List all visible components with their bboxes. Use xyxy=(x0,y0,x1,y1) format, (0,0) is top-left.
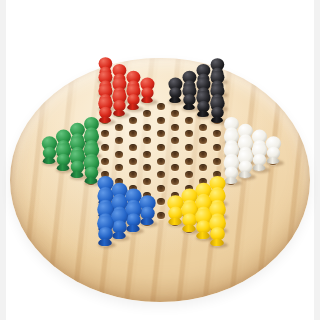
peg-base xyxy=(211,117,223,123)
board-hole[interactable] xyxy=(115,164,123,171)
board-hole[interactable] xyxy=(101,158,109,165)
board-hole[interactable] xyxy=(129,158,137,165)
board-hole[interactable] xyxy=(115,151,123,158)
peg-base xyxy=(113,110,125,116)
board-hole[interactable] xyxy=(185,158,193,165)
peg-red[interactable] xyxy=(111,90,126,116)
peg-base xyxy=(169,97,180,103)
peg-base xyxy=(140,218,153,225)
peg-base xyxy=(225,178,238,185)
peg-base xyxy=(43,157,55,164)
peg-base xyxy=(71,171,84,178)
peg-base xyxy=(85,177,98,184)
board-hole[interactable] xyxy=(157,117,165,124)
board-hole[interactable] xyxy=(129,144,137,151)
board-hole[interactable] xyxy=(157,185,165,192)
peg-white[interactable] xyxy=(251,143,267,171)
board-hole[interactable] xyxy=(185,117,193,124)
peg-base xyxy=(141,97,152,103)
peg-base xyxy=(127,103,139,109)
board-hole[interactable] xyxy=(143,110,151,117)
board-hole[interactable] xyxy=(143,178,151,185)
peg-yellow[interactable] xyxy=(208,215,226,245)
peg-base xyxy=(126,225,139,232)
board-hole[interactable] xyxy=(213,130,221,137)
peg-base xyxy=(183,103,195,109)
board-hole[interactable] xyxy=(143,137,151,144)
board-hole[interactable] xyxy=(213,158,221,165)
board-hole[interactable] xyxy=(157,212,165,219)
board-hole[interactable] xyxy=(129,130,137,137)
peg-blue[interactable] xyxy=(96,215,114,245)
board-hole[interactable] xyxy=(185,171,193,178)
board-hole[interactable] xyxy=(171,151,179,158)
peg-base xyxy=(197,110,209,116)
board-hole[interactable] xyxy=(171,124,179,131)
peg-black[interactable] xyxy=(168,77,183,103)
board-hole[interactable] xyxy=(157,171,165,178)
board-hole[interactable] xyxy=(157,130,165,137)
peg-black[interactable] xyxy=(181,84,196,110)
pieces-layer xyxy=(0,0,320,320)
board-hole[interactable] xyxy=(143,151,151,158)
board-hole[interactable] xyxy=(157,144,165,151)
board-hole[interactable] xyxy=(157,198,165,205)
board-hole[interactable] xyxy=(199,124,207,131)
peg-red[interactable] xyxy=(125,84,140,110)
peg-red[interactable] xyxy=(139,77,154,103)
board-hole[interactable] xyxy=(199,137,207,144)
board-hole[interactable] xyxy=(129,117,137,124)
board-hole[interactable] xyxy=(185,144,193,151)
peg-base xyxy=(112,231,126,238)
peg-base xyxy=(239,171,252,178)
board-hole[interactable] xyxy=(101,130,109,137)
peg-base xyxy=(99,117,111,123)
board-hole[interactable] xyxy=(171,178,179,185)
peg-base xyxy=(253,164,265,171)
product-photo xyxy=(0,0,320,320)
board-hole[interactable] xyxy=(171,110,179,117)
peg-base xyxy=(267,157,279,164)
board-hole[interactable] xyxy=(185,130,193,137)
board-hole[interactable] xyxy=(171,164,179,171)
board-hole[interactable] xyxy=(129,171,137,178)
board-hole[interactable] xyxy=(199,151,207,158)
board-hole[interactable] xyxy=(101,144,109,151)
board-hole[interactable] xyxy=(157,158,165,165)
peg-white[interactable] xyxy=(265,136,281,164)
board-hole[interactable] xyxy=(115,137,123,144)
board-hole[interactable] xyxy=(171,137,179,144)
board-hole[interactable] xyxy=(199,164,207,171)
peg-base xyxy=(98,238,112,245)
board-hole[interactable] xyxy=(115,124,123,131)
board-hole[interactable] xyxy=(213,144,221,151)
board-hole[interactable] xyxy=(143,124,151,131)
peg-base xyxy=(210,238,224,245)
board-hole[interactable] xyxy=(143,164,151,171)
peg-base xyxy=(57,164,69,171)
peg-red[interactable] xyxy=(97,97,112,123)
board-hole[interactable] xyxy=(157,103,165,110)
